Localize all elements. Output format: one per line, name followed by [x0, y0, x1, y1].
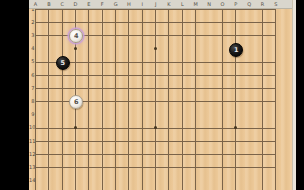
column-label-q: Q: [244, 1, 254, 8]
row-label-14: 14: [29, 177, 35, 183]
row-label-8: 8: [29, 98, 35, 104]
column-label-i: I: [137, 1, 147, 8]
column-label-k: K: [164, 1, 174, 8]
row-label-9: 9: [29, 111, 35, 117]
go-app-screenshot: ABCDEFGHIJKLMNOPQRS 12345678910111213141…: [0, 0, 304, 190]
column-label-s: S: [271, 1, 281, 8]
pillarbox-right: [296, 0, 304, 190]
column-label-m: M: [191, 1, 201, 8]
star-point-j4: [154, 47, 157, 50]
column-label-a: A: [31, 1, 41, 8]
black-stone-5-c5[interactable]: 5: [56, 56, 70, 70]
board-right-edge: [292, 0, 296, 190]
column-label-o: O: [217, 1, 227, 8]
column-coordinates: ABCDEFGHIJKLMNOPQRS: [29, 0, 296, 9]
row-label-7: 7: [29, 85, 35, 91]
row-label-11: 11: [29, 138, 35, 144]
column-label-f: F: [97, 1, 107, 8]
row-label-13: 13: [29, 164, 35, 170]
star-point-d4: [74, 47, 77, 50]
go-board[interactable]: ABCDEFGHIJKLMNOPQRS 12345678910111213141…: [29, 0, 296, 190]
pillarbox-left: [0, 0, 29, 190]
row-label-2: 2: [29, 19, 35, 25]
row-label-5: 5: [29, 58, 35, 64]
star-point-j10: [154, 126, 157, 129]
column-label-n: N: [204, 1, 214, 8]
column-label-c: C: [57, 1, 67, 8]
column-label-p: P: [231, 1, 241, 8]
star-point-d10: [74, 126, 77, 129]
row-label-4: 4: [29, 45, 35, 51]
row-label-6: 6: [29, 72, 35, 78]
column-label-r: R: [257, 1, 267, 8]
column-label-l: L: [177, 1, 187, 8]
column-label-g: G: [111, 1, 121, 8]
black-stone-1-p4[interactable]: 1: [229, 43, 243, 57]
row-label-12: 12: [29, 151, 35, 157]
column-label-d: D: [71, 1, 81, 8]
row-label-3: 3: [29, 32, 35, 38]
column-label-j: J: [151, 1, 161, 8]
row-label-10: 10: [29, 124, 35, 130]
column-label-h: H: [124, 1, 134, 8]
column-label-e: E: [84, 1, 94, 8]
column-label-b: B: [44, 1, 54, 8]
